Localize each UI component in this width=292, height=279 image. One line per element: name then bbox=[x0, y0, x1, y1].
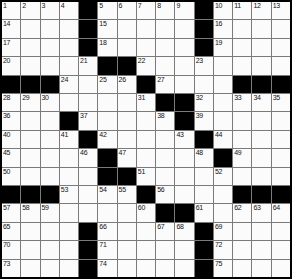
cell-r3c14[interactable] bbox=[252, 39, 270, 56]
cell-r6c4[interactable] bbox=[60, 94, 78, 111]
cell-r4c13[interactable] bbox=[233, 57, 251, 74]
clue-number: 2 bbox=[22, 2, 26, 10]
clue-number: 29 bbox=[22, 94, 29, 102]
cell-r4c5[interactable]: 21 bbox=[79, 57, 97, 74]
black-square-r11c8 bbox=[137, 186, 155, 203]
black-square-r12c9 bbox=[156, 204, 174, 221]
clue-number: 33 bbox=[234, 94, 241, 102]
cell-r8c1[interactable]: 40 bbox=[2, 131, 20, 148]
cell-r10c12[interactable]: 52 bbox=[214, 168, 232, 185]
clue-number: 48 bbox=[196, 149, 203, 157]
clue-number: 38 bbox=[157, 112, 164, 120]
cell-r13c8[interactable] bbox=[137, 223, 155, 240]
cell-r13c2[interactable] bbox=[21, 223, 39, 240]
cell-r12c5[interactable] bbox=[79, 204, 97, 221]
black-square-r11c2 bbox=[21, 186, 39, 203]
cell-r12c4[interactable] bbox=[60, 204, 78, 221]
cell-r13c9[interactable]: 67 bbox=[156, 223, 174, 240]
cell-r3c12[interactable]: 19 bbox=[214, 39, 232, 56]
cell-r13c14[interactable] bbox=[252, 223, 270, 240]
cell-r7c14[interactable] bbox=[252, 112, 270, 129]
cell-r5c9[interactable]: 27 bbox=[156, 76, 174, 93]
clue-number: 39 bbox=[196, 112, 203, 120]
clue-number: 36 bbox=[3, 112, 10, 120]
clue-number: 74 bbox=[99, 260, 106, 268]
cell-r9c11[interactable]: 48 bbox=[195, 149, 213, 166]
black-square-r8c5 bbox=[79, 131, 97, 148]
cell-r9c15[interactable] bbox=[272, 149, 290, 166]
cell-r6c12[interactable] bbox=[214, 94, 232, 111]
cell-r1c13[interactable]: 11 bbox=[233, 2, 251, 19]
cell-r3c10[interactable] bbox=[175, 39, 193, 56]
clue-number: 67 bbox=[157, 223, 164, 231]
cell-r3c1[interactable]: 17 bbox=[2, 39, 20, 56]
cell-r10c2[interactable] bbox=[21, 168, 39, 185]
cell-r6c13[interactable]: 33 bbox=[233, 94, 251, 111]
clue-number: 73 bbox=[3, 260, 10, 268]
cell-r4c4[interactable] bbox=[60, 57, 78, 74]
black-square-r5c3 bbox=[41, 76, 59, 93]
cell-r3c7[interactable] bbox=[118, 39, 136, 56]
cell-r12c12[interactable] bbox=[214, 204, 232, 221]
clue-number: 66 bbox=[99, 223, 106, 231]
cell-r7c13[interactable] bbox=[233, 112, 251, 129]
cell-r1c9[interactable]: 8 bbox=[156, 2, 174, 19]
clue-number: 34 bbox=[253, 94, 260, 102]
clue-number: 14 bbox=[3, 20, 10, 28]
cell-r1c8[interactable]: 7 bbox=[137, 2, 155, 19]
cell-r2c2[interactable] bbox=[21, 20, 39, 37]
clue-number: 52 bbox=[215, 168, 222, 176]
clue-number: 57 bbox=[3, 204, 10, 212]
clue-number: 35 bbox=[273, 94, 280, 102]
cell-r9c1[interactable]: 45 bbox=[2, 149, 20, 166]
cell-r9c14[interactable] bbox=[252, 149, 270, 166]
cell-r10c15[interactable] bbox=[272, 168, 290, 185]
cell-r11c5[interactable] bbox=[79, 186, 97, 203]
black-square-r13c5 bbox=[79, 223, 97, 240]
cell-r10c14[interactable] bbox=[252, 168, 270, 185]
cell-r1c2[interactable]: 2 bbox=[21, 2, 39, 19]
cell-r9c10[interactable] bbox=[175, 149, 193, 166]
clue-number: 43 bbox=[176, 131, 183, 139]
clue-number: 27 bbox=[157, 76, 164, 84]
cell-r10c11[interactable] bbox=[195, 168, 213, 185]
cell-r15c3[interactable] bbox=[41, 260, 59, 277]
cell-r5c11[interactable] bbox=[195, 76, 213, 93]
cell-r5c5[interactable] bbox=[79, 76, 97, 93]
cell-r12c15[interactable]: 64 bbox=[272, 204, 290, 221]
clue-number: 26 bbox=[119, 76, 126, 84]
cell-r3c2[interactable] bbox=[21, 39, 39, 56]
cell-r13c10[interactable]: 68 bbox=[175, 223, 193, 240]
black-square-r12c10 bbox=[175, 204, 193, 221]
clue-number: 47 bbox=[119, 149, 126, 157]
black-square-r7c4 bbox=[60, 112, 78, 129]
clue-number: 8 bbox=[157, 2, 161, 10]
cell-r1c6[interactable]: 5 bbox=[98, 2, 116, 19]
clue-number: 28 bbox=[3, 94, 10, 102]
cell-r12c8[interactable]: 60 bbox=[137, 204, 155, 221]
cell-r8c4[interactable]: 41 bbox=[60, 131, 78, 148]
cell-r1c15[interactable]: 13 bbox=[272, 2, 290, 19]
cell-r4c15[interactable] bbox=[272, 57, 290, 74]
cell-r3c9[interactable] bbox=[156, 39, 174, 56]
cell-r12c1[interactable]: 57 bbox=[2, 204, 20, 221]
black-square-r2c11 bbox=[195, 20, 213, 37]
clue-number: 20 bbox=[3, 57, 10, 65]
cell-r14c3[interactable] bbox=[41, 241, 59, 258]
cell-r14c13[interactable] bbox=[233, 241, 251, 258]
cell-r7c8[interactable] bbox=[137, 112, 155, 129]
cell-r14c4[interactable] bbox=[60, 241, 78, 258]
black-square-r10c6 bbox=[98, 168, 116, 185]
clue-number: 24 bbox=[61, 76, 68, 84]
clue-number: 63 bbox=[253, 204, 260, 212]
cell-r14c1[interactable]: 70 bbox=[2, 241, 20, 258]
black-square-r14c11 bbox=[195, 241, 213, 258]
cell-r2c14[interactable] bbox=[252, 20, 270, 37]
cell-r11c6[interactable]: 54 bbox=[98, 186, 116, 203]
cell-r14c12[interactable]: 72 bbox=[214, 241, 232, 258]
clue-number: 62 bbox=[234, 204, 241, 212]
cell-r15c7[interactable] bbox=[118, 260, 136, 277]
cell-r9c2[interactable] bbox=[21, 149, 39, 166]
black-square-r1c11 bbox=[195, 2, 213, 19]
cell-r2c9[interactable] bbox=[156, 20, 174, 37]
cell-r15c10[interactable] bbox=[175, 260, 193, 277]
cell-r1c7[interactable]: 6 bbox=[118, 2, 136, 19]
cell-r4c14[interactable] bbox=[252, 57, 270, 74]
cell-r2c6[interactable]: 15 bbox=[98, 20, 116, 37]
cell-r9c3[interactable] bbox=[41, 149, 59, 166]
cell-r8c14[interactable] bbox=[252, 131, 270, 148]
cell-r13c7[interactable] bbox=[118, 223, 136, 240]
cell-r15c1[interactable]: 73 bbox=[2, 260, 20, 277]
clue-number: 60 bbox=[138, 204, 145, 212]
black-square-r4c7 bbox=[118, 57, 136, 74]
clue-number: 22 bbox=[138, 57, 145, 65]
black-square-r2c5 bbox=[79, 20, 97, 37]
cell-r9c9[interactable] bbox=[156, 149, 174, 166]
clue-number: 18 bbox=[99, 39, 106, 47]
cell-r15c13[interactable] bbox=[233, 260, 251, 277]
cell-r7c1[interactable]: 36 bbox=[2, 112, 20, 129]
clue-number: 72 bbox=[215, 241, 222, 249]
black-square-r15c11 bbox=[195, 260, 213, 277]
cell-r14c14[interactable] bbox=[252, 241, 270, 258]
cell-r6c1[interactable]: 28 bbox=[2, 94, 20, 111]
cell-r8c7[interactable] bbox=[118, 131, 136, 148]
cell-r2c4[interactable] bbox=[60, 20, 78, 37]
cell-r5c4[interactable]: 24 bbox=[60, 76, 78, 93]
clue-number: 7 bbox=[138, 2, 142, 10]
cell-r2c7[interactable] bbox=[118, 20, 136, 37]
clue-number: 31 bbox=[138, 94, 145, 102]
black-square-r11c3 bbox=[41, 186, 59, 203]
cell-r15c12[interactable]: 75 bbox=[214, 260, 232, 277]
crossword-puzzle: 1234567891011121314151617181920212223242… bbox=[0, 0, 292, 279]
cell-r5c7[interactable]: 26 bbox=[118, 76, 136, 93]
clue-number: 1 bbox=[3, 2, 7, 10]
cell-r4c8[interactable]: 22 bbox=[137, 57, 155, 74]
black-square-r3c5 bbox=[79, 39, 97, 56]
cell-r3c8[interactable] bbox=[137, 39, 155, 56]
cell-r14c2[interactable] bbox=[21, 241, 39, 258]
black-square-r11c1 bbox=[2, 186, 20, 203]
cell-r4c9[interactable] bbox=[156, 57, 174, 74]
crossword-grid: 1234567891011121314151617181920212223242… bbox=[0, 0, 292, 279]
cell-r11c12[interactable] bbox=[214, 186, 232, 203]
clue-number: 53 bbox=[61, 186, 68, 194]
black-square-r5c1 bbox=[2, 76, 20, 93]
black-square-r11c15 bbox=[272, 186, 290, 203]
cell-r6c7[interactable] bbox=[118, 94, 136, 111]
cell-r15c14[interactable] bbox=[252, 260, 270, 277]
cell-r12c6[interactable] bbox=[98, 204, 116, 221]
cell-r8c15[interactable] bbox=[272, 131, 290, 148]
clue-number: 23 bbox=[196, 57, 203, 65]
clue-number: 65 bbox=[3, 223, 10, 231]
cell-r6c15[interactable]: 35 bbox=[272, 94, 290, 111]
clue-number: 9 bbox=[176, 2, 180, 10]
cell-r12c14[interactable]: 63 bbox=[252, 204, 270, 221]
cell-r4c10[interactable] bbox=[175, 57, 193, 74]
cell-r6c11[interactable]: 32 bbox=[195, 94, 213, 111]
clue-number: 3 bbox=[42, 2, 46, 10]
cell-r10c9[interactable] bbox=[156, 168, 174, 185]
cell-r5c10[interactable] bbox=[175, 76, 193, 93]
cell-r8c8[interactable] bbox=[137, 131, 155, 148]
cell-r12c3[interactable]: 59 bbox=[41, 204, 59, 221]
cell-r10c8[interactable]: 51 bbox=[137, 168, 155, 185]
cell-r7c7[interactable] bbox=[118, 112, 136, 129]
black-square-r9c12 bbox=[214, 149, 232, 166]
clue-number: 5 bbox=[99, 2, 103, 10]
cell-r3c6[interactable]: 18 bbox=[98, 39, 116, 56]
clue-number: 56 bbox=[157, 186, 164, 194]
cell-r2c15[interactable] bbox=[272, 20, 290, 37]
black-square-r5c2 bbox=[21, 76, 39, 93]
cell-r12c2[interactable]: 58 bbox=[21, 204, 39, 221]
cell-r8c12[interactable]: 44 bbox=[214, 131, 232, 148]
clue-number: 50 bbox=[3, 168, 10, 176]
cell-r13c15[interactable] bbox=[272, 223, 290, 240]
clue-number: 21 bbox=[80, 57, 87, 65]
cell-r10c13[interactable] bbox=[233, 168, 251, 185]
cell-r7c12[interactable] bbox=[214, 112, 232, 129]
cell-r8c13[interactable] bbox=[233, 131, 251, 148]
cell-r7c2[interactable] bbox=[21, 112, 39, 129]
cell-r13c1[interactable]: 65 bbox=[2, 223, 20, 240]
cell-r10c4[interactable] bbox=[60, 168, 78, 185]
black-square-r9c6 bbox=[98, 149, 116, 166]
clue-number: 42 bbox=[99, 131, 106, 139]
clue-number: 15 bbox=[99, 20, 106, 28]
black-square-r11c13 bbox=[233, 186, 251, 203]
clue-number: 45 bbox=[3, 149, 10, 157]
cell-r9c5[interactable]: 46 bbox=[79, 149, 97, 166]
cell-r4c1[interactable]: 20 bbox=[2, 57, 20, 74]
cell-r1c1[interactable]: 1 bbox=[2, 2, 20, 19]
cell-r2c12[interactable]: 16 bbox=[214, 20, 232, 37]
cell-r11c9[interactable]: 56 bbox=[156, 186, 174, 203]
clue-number: 51 bbox=[138, 168, 145, 176]
cell-r13c12[interactable]: 69 bbox=[214, 223, 232, 240]
cell-r9c4[interactable] bbox=[60, 149, 78, 166]
cell-r8c6[interactable]: 42 bbox=[98, 131, 116, 148]
cell-r3c4[interactable] bbox=[60, 39, 78, 56]
clue-number: 49 bbox=[234, 149, 241, 157]
cell-r12c13[interactable]: 62 bbox=[233, 204, 251, 221]
clue-number: 10 bbox=[215, 2, 222, 10]
black-square-r6c9 bbox=[156, 94, 174, 111]
black-square-r8c11 bbox=[195, 131, 213, 148]
cell-r9c13[interactable]: 49 bbox=[233, 149, 251, 166]
cell-r4c2[interactable] bbox=[21, 57, 39, 74]
cell-r7c5[interactable]: 37 bbox=[79, 112, 97, 129]
cell-r1c12[interactable]: 10 bbox=[214, 2, 232, 19]
cell-r1c3[interactable]: 3 bbox=[41, 2, 59, 19]
cell-r5c6[interactable]: 25 bbox=[98, 76, 116, 93]
cell-r10c3[interactable] bbox=[41, 168, 59, 185]
cell-r2c13[interactable] bbox=[233, 20, 251, 37]
black-square-r5c15 bbox=[272, 76, 290, 93]
cell-r10c10[interactable] bbox=[175, 168, 193, 185]
cell-r8c10[interactable]: 43 bbox=[175, 131, 193, 148]
cell-r12c11[interactable]: 61 bbox=[195, 204, 213, 221]
cell-r5c12[interactable] bbox=[214, 76, 232, 93]
clue-number: 11 bbox=[234, 2, 241, 10]
cell-r7c15[interactable] bbox=[272, 112, 290, 129]
cell-r7c11[interactable]: 39 bbox=[195, 112, 213, 129]
black-square-r4c6 bbox=[98, 57, 116, 74]
cell-r1c4[interactable]: 4 bbox=[60, 2, 78, 19]
cell-r2c3[interactable] bbox=[41, 20, 59, 37]
cell-r1c10[interactable]: 9 bbox=[175, 2, 193, 19]
cell-r7c3[interactable] bbox=[41, 112, 59, 129]
cell-r10c1[interactable]: 50 bbox=[2, 168, 20, 185]
cell-r14c10[interactable] bbox=[175, 241, 193, 258]
clue-number: 37 bbox=[80, 112, 87, 120]
cell-r15c9[interactable] bbox=[156, 260, 174, 277]
cell-r6c5[interactable] bbox=[79, 94, 97, 111]
cell-r14c6[interactable]: 71 bbox=[98, 241, 116, 258]
cell-r9c7[interactable]: 47 bbox=[118, 149, 136, 166]
cell-r8c2[interactable] bbox=[21, 131, 39, 148]
clue-number: 46 bbox=[80, 149, 87, 157]
clue-number: 30 bbox=[42, 94, 49, 102]
black-square-r5c14 bbox=[252, 76, 270, 93]
cell-r14c8[interactable] bbox=[137, 241, 155, 258]
cell-r8c3[interactable] bbox=[41, 131, 59, 148]
cell-r6c14[interactable]: 34 bbox=[252, 94, 270, 111]
cell-r3c13[interactable] bbox=[233, 39, 251, 56]
clue-number: 17 bbox=[3, 39, 10, 47]
cell-r2c8[interactable] bbox=[137, 20, 155, 37]
cell-r15c2[interactable] bbox=[21, 260, 39, 277]
cell-r8c9[interactable] bbox=[156, 131, 174, 148]
cell-r6c3[interactable]: 30 bbox=[41, 94, 59, 111]
clue-number: 6 bbox=[119, 2, 123, 10]
clue-number: 19 bbox=[215, 39, 222, 47]
clue-number: 44 bbox=[215, 131, 222, 139]
black-square-r14c5 bbox=[79, 241, 97, 258]
cell-r11c7[interactable]: 55 bbox=[118, 186, 136, 203]
clue-number: 54 bbox=[99, 186, 106, 194]
clue-number: 40 bbox=[3, 131, 10, 139]
cell-r7c6[interactable] bbox=[98, 112, 116, 129]
black-square-r5c13 bbox=[233, 76, 251, 93]
clue-number: 55 bbox=[119, 186, 126, 194]
black-square-r11c14 bbox=[252, 186, 270, 203]
cell-r6c6[interactable] bbox=[98, 94, 116, 111]
cell-r15c15[interactable] bbox=[272, 260, 290, 277]
clue-number: 12 bbox=[253, 2, 260, 10]
cell-r6c2[interactable]: 29 bbox=[21, 94, 39, 111]
clue-number: 61 bbox=[196, 204, 203, 212]
cell-r13c3[interactable] bbox=[41, 223, 59, 240]
cell-r4c3[interactable] bbox=[41, 57, 59, 74]
cell-r10c5[interactable] bbox=[79, 168, 97, 185]
black-square-r1c5 bbox=[79, 2, 97, 19]
black-square-r3c11 bbox=[195, 39, 213, 56]
black-square-r6c10 bbox=[175, 94, 193, 111]
black-square-r5c8 bbox=[137, 76, 155, 93]
cell-r15c6[interactable]: 74 bbox=[98, 260, 116, 277]
black-square-r15c5 bbox=[79, 260, 97, 277]
clue-number: 41 bbox=[61, 131, 68, 139]
cell-r14c15[interactable] bbox=[272, 241, 290, 258]
cell-r11c10[interactable] bbox=[175, 186, 193, 203]
cell-r3c15[interactable] bbox=[272, 39, 290, 56]
cell-r2c1[interactable]: 14 bbox=[2, 20, 20, 37]
black-square-r10c7 bbox=[118, 168, 136, 185]
black-square-r7c10 bbox=[175, 112, 193, 129]
cell-r13c6[interactable]: 66 bbox=[98, 223, 116, 240]
clue-number: 70 bbox=[3, 241, 10, 249]
clue-number: 13 bbox=[273, 2, 280, 10]
cell-r7c9[interactable]: 38 bbox=[156, 112, 174, 129]
cell-r1c14[interactable]: 12 bbox=[252, 2, 270, 19]
cell-r6c8[interactable]: 31 bbox=[137, 94, 155, 111]
cell-r13c4[interactable] bbox=[60, 223, 78, 240]
clue-number: 32 bbox=[196, 94, 203, 102]
black-square-r13c11 bbox=[195, 223, 213, 240]
cell-r11c4[interactable]: 53 bbox=[60, 186, 78, 203]
clue-number: 25 bbox=[99, 76, 106, 84]
clue-number: 64 bbox=[273, 204, 280, 212]
cell-r15c8[interactable] bbox=[137, 260, 155, 277]
cell-r14c7[interactable] bbox=[118, 241, 136, 258]
cell-r4c12[interactable] bbox=[214, 57, 232, 74]
cell-r15c4[interactable] bbox=[60, 260, 78, 277]
cell-r9c8[interactable] bbox=[137, 149, 155, 166]
cell-r12c7[interactable] bbox=[118, 204, 136, 221]
cell-r4c11[interactable]: 23 bbox=[195, 57, 213, 74]
cell-r14c9[interactable] bbox=[156, 241, 174, 258]
cell-r11c11[interactable] bbox=[195, 186, 213, 203]
clue-number: 58 bbox=[22, 204, 29, 212]
clue-number: 69 bbox=[215, 223, 222, 231]
clue-number: 75 bbox=[215, 260, 222, 268]
clue-number: 16 bbox=[215, 20, 222, 28]
clue-number: 68 bbox=[176, 223, 183, 231]
cell-r13c13[interactable] bbox=[233, 223, 251, 240]
clue-number: 4 bbox=[61, 2, 65, 10]
cell-r2c10[interactable] bbox=[175, 20, 193, 37]
cell-r3c3[interactable] bbox=[41, 39, 59, 56]
